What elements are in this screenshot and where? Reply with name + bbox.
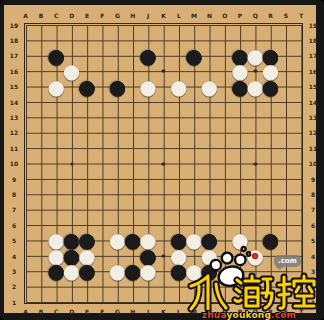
stone-white: ●	[49, 79, 64, 94]
stone-black: ●	[79, 79, 94, 94]
watermark-url: zhuayoukong.com	[180, 310, 318, 320]
brand-characters-art	[186, 272, 316, 314]
stone-white: ●	[64, 63, 79, 78]
watermark: 爪游控 .com	[180, 246, 322, 320]
stone-black: ●	[79, 264, 94, 279]
stone-white: ●	[110, 233, 125, 248]
stone-white: ●	[248, 79, 263, 94]
stone-white: ●	[110, 264, 125, 279]
stone-white: ●	[202, 79, 217, 94]
stone-white: ●	[64, 264, 79, 279]
stone-black: ●	[186, 48, 201, 63]
url-part-zhua: zhua	[202, 310, 227, 320]
com-bubble-label: .com	[278, 257, 297, 265]
url-part-com: .com	[271, 310, 296, 320]
com-bubble: .com	[274, 255, 301, 267]
stone-white: ●	[171, 79, 186, 94]
stone-black: ●	[49, 264, 64, 279]
stone-white: ●	[248, 48, 263, 63]
go-diagram-screenshot: AABBCCDDEEFFGGHHJJKKLLMMNNOOPPQQRRSSTT19…	[0, 0, 324, 320]
stone-black: ●	[49, 48, 64, 63]
stone-white: ●	[140, 264, 155, 279]
stone-white: ●	[140, 79, 155, 94]
url-part-youkong: youkong	[226, 310, 271, 320]
stone-black: ●	[263, 79, 278, 94]
stone-black: ●	[110, 79, 125, 94]
stone-black: ●	[140, 48, 155, 63]
